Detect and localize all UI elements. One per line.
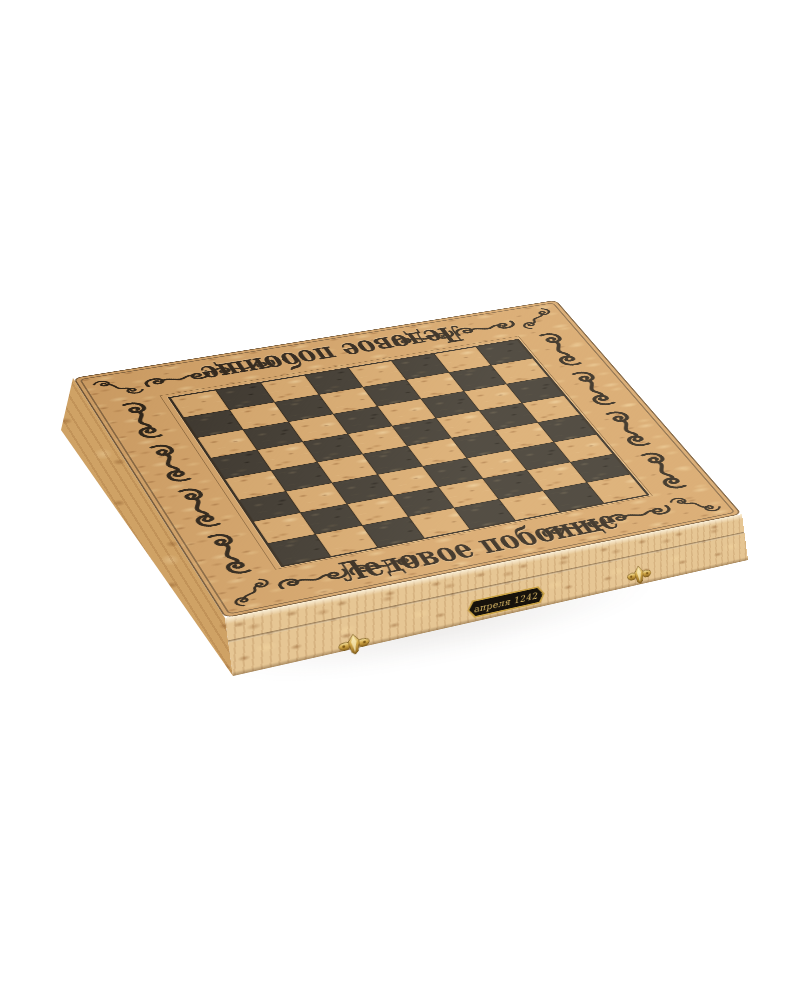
photo-stage: 5 апреля 1242 г. [0, 0, 800, 1000]
